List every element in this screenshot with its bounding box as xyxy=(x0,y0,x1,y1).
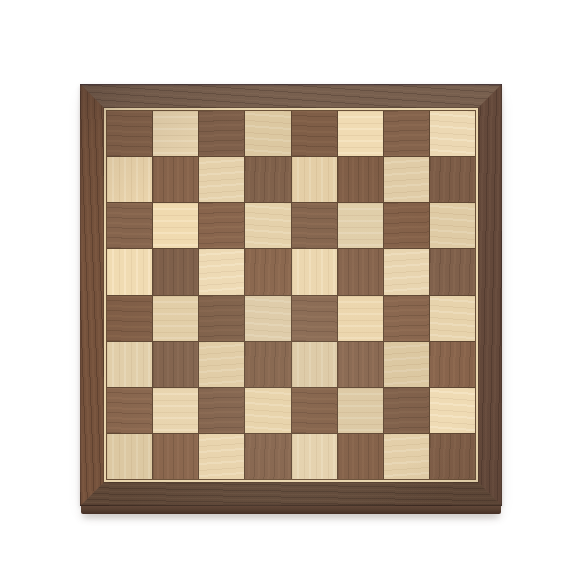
square-f7[interactable] xyxy=(338,157,383,202)
square-a8[interactable] xyxy=(107,111,152,156)
square-d5[interactable] xyxy=(245,249,290,294)
square-g6[interactable] xyxy=(384,203,429,248)
square-h8[interactable] xyxy=(430,111,475,156)
square-f4[interactable] xyxy=(338,296,383,341)
square-d2[interactable] xyxy=(245,388,290,433)
square-c7[interactable] xyxy=(199,157,244,202)
square-b3[interactable] xyxy=(153,342,198,387)
square-b7[interactable] xyxy=(153,157,198,202)
square-g3[interactable] xyxy=(384,342,429,387)
square-e3[interactable] xyxy=(292,342,337,387)
square-h2[interactable] xyxy=(430,388,475,433)
square-h1[interactable] xyxy=(430,434,475,479)
square-h3[interactable] xyxy=(430,342,475,387)
board-front-edge xyxy=(81,505,501,514)
square-d3[interactable] xyxy=(245,342,290,387)
square-d1[interactable] xyxy=(245,434,290,479)
square-g1[interactable] xyxy=(384,434,429,479)
square-e6[interactable] xyxy=(292,203,337,248)
square-g8[interactable] xyxy=(384,111,429,156)
square-e1[interactable] xyxy=(292,434,337,479)
square-a7[interactable] xyxy=(107,157,152,202)
chess-board xyxy=(80,84,502,506)
square-f6[interactable] xyxy=(338,203,383,248)
square-c1[interactable] xyxy=(199,434,244,479)
square-b6[interactable] xyxy=(153,203,198,248)
square-e2[interactable] xyxy=(292,388,337,433)
photo-background xyxy=(0,0,580,580)
square-c8[interactable] xyxy=(199,111,244,156)
square-f2[interactable] xyxy=(338,388,383,433)
square-a1[interactable] xyxy=(107,434,152,479)
square-b2[interactable] xyxy=(153,388,198,433)
square-c6[interactable] xyxy=(199,203,244,248)
square-d7[interactable] xyxy=(245,157,290,202)
square-e5[interactable] xyxy=(292,249,337,294)
square-b1[interactable] xyxy=(153,434,198,479)
square-c2[interactable] xyxy=(199,388,244,433)
square-c3[interactable] xyxy=(199,342,244,387)
square-e4[interactable] xyxy=(292,296,337,341)
square-g4[interactable] xyxy=(384,296,429,341)
square-b5[interactable] xyxy=(153,249,198,294)
square-h6[interactable] xyxy=(430,203,475,248)
square-f5[interactable] xyxy=(338,249,383,294)
square-g2[interactable] xyxy=(384,388,429,433)
square-a5[interactable] xyxy=(107,249,152,294)
square-h4[interactable] xyxy=(430,296,475,341)
board-squares xyxy=(107,111,475,479)
square-a3[interactable] xyxy=(107,342,152,387)
square-b4[interactable] xyxy=(153,296,198,341)
square-a2[interactable] xyxy=(107,388,152,433)
square-f8[interactable] xyxy=(338,111,383,156)
square-c5[interactable] xyxy=(199,249,244,294)
square-e7[interactable] xyxy=(292,157,337,202)
square-g7[interactable] xyxy=(384,157,429,202)
square-f1[interactable] xyxy=(338,434,383,479)
square-h7[interactable] xyxy=(430,157,475,202)
square-a6[interactable] xyxy=(107,203,152,248)
square-a4[interactable] xyxy=(107,296,152,341)
square-d6[interactable] xyxy=(245,203,290,248)
square-g5[interactable] xyxy=(384,249,429,294)
square-e8[interactable] xyxy=(292,111,337,156)
square-d8[interactable] xyxy=(245,111,290,156)
square-h5[interactable] xyxy=(430,249,475,294)
square-d4[interactable] xyxy=(245,296,290,341)
square-b8[interactable] xyxy=(153,111,198,156)
square-f3[interactable] xyxy=(338,342,383,387)
square-c4[interactable] xyxy=(199,296,244,341)
